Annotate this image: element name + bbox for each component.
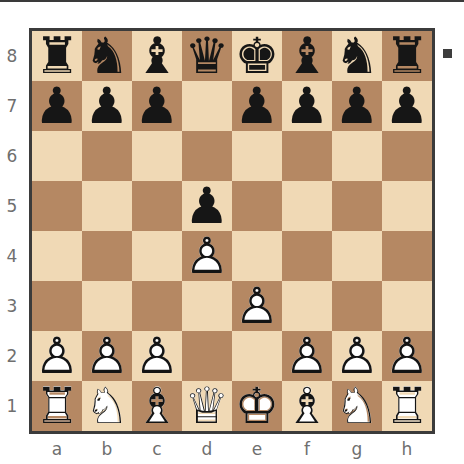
piece-white-pawn: ♟ (82, 331, 132, 381)
square-b2[interactable]: ♟♙ (82, 331, 132, 381)
rank-label-4: 4 (0, 231, 24, 281)
piece-black-pawn: ♟ (32, 81, 82, 131)
square-d2[interactable] (182, 331, 232, 381)
rank-label-3: 3 (0, 281, 24, 331)
piece-black-pawn: ♟ (182, 181, 232, 231)
square-h2[interactable]: ♟♙ (382, 331, 432, 381)
piece-white-pawn-outline: ♙ (332, 331, 382, 381)
piece-white-knight: ♞ (332, 381, 382, 431)
piece-white-pawn-outline: ♙ (32, 331, 82, 381)
square-e7[interactable]: ♟ (232, 81, 282, 131)
square-f5[interactable] (282, 181, 332, 231)
file-label-b: b (82, 438, 132, 460)
square-g1[interactable]: ♞♘ (332, 381, 382, 431)
piece-black-knight: ♞ (82, 31, 132, 81)
file-label-g: g (332, 438, 382, 460)
file-label-c: c (132, 438, 182, 460)
piece-white-bishop: ♝ (132, 381, 182, 431)
square-h8[interactable]: ♜ (382, 31, 432, 81)
square-h3[interactable] (382, 281, 432, 331)
square-h5[interactable] (382, 181, 432, 231)
piece-white-bishop-outline: ♗ (282, 381, 332, 431)
square-g4[interactable] (332, 231, 382, 281)
square-a1[interactable]: ♜♖ (32, 381, 82, 431)
square-a6[interactable] (32, 131, 82, 181)
piece-black-rook: ♜ (382, 31, 432, 81)
piece-black-pawn: ♟ (82, 81, 132, 131)
piece-black-queen: ♛ (182, 31, 232, 81)
rank-label-7: 7 (0, 81, 24, 131)
rank-label-1: 1 (0, 381, 24, 431)
square-c4[interactable] (132, 231, 182, 281)
square-f2[interactable]: ♟♙ (282, 331, 332, 381)
square-d8[interactable]: ♛ (182, 31, 232, 81)
piece-white-king-outline: ♔ (232, 381, 282, 431)
square-e3[interactable]: ♟♙ (232, 281, 282, 331)
square-e6[interactable] (232, 131, 282, 181)
piece-white-rook-outline: ♖ (382, 381, 432, 431)
square-b7[interactable]: ♟ (82, 81, 132, 131)
chess-board-grid: ♜♞♝♛♚♝♞♜♟♟♟♟♟♟♟♟♟♙♟♙♟♙♟♙♟♙♟♙♟♙♟♙♜♖♞♘♝♗♛♕… (32, 31, 432, 431)
square-a2[interactable]: ♟♙ (32, 331, 82, 381)
piece-black-pawn: ♟ (382, 81, 432, 131)
square-a3[interactable] (32, 281, 82, 331)
piece-white-pawn: ♟ (282, 331, 332, 381)
square-d5[interactable]: ♟ (182, 181, 232, 231)
square-a5[interactable] (32, 181, 82, 231)
rank-label-8: 8 (0, 31, 24, 81)
square-a4[interactable] (32, 231, 82, 281)
file-label-a: a (32, 438, 82, 460)
square-e8[interactable]: ♚ (232, 31, 282, 81)
chess-board: ♜♞♝♛♚♝♞♜♟♟♟♟♟♟♟♟♟♙♟♙♟♙♟♙♟♙♟♙♟♙♟♙♜♖♞♘♝♗♛♕… (29, 28, 435, 434)
square-d6[interactable] (182, 131, 232, 181)
file-label-h: h (382, 438, 432, 460)
file-label-e: e (232, 438, 282, 460)
square-g7[interactable]: ♟ (332, 81, 382, 131)
piece-black-bishop: ♝ (132, 31, 182, 81)
piece-black-rook: ♜ (32, 31, 82, 81)
square-b8[interactable]: ♞ (82, 31, 132, 81)
square-f1[interactable]: ♝♗ (282, 381, 332, 431)
square-b5[interactable] (82, 181, 132, 231)
piece-white-rook: ♜ (382, 381, 432, 431)
piece-white-bishop-outline: ♗ (132, 381, 182, 431)
piece-white-pawn: ♟ (232, 281, 282, 331)
square-f7[interactable]: ♟ (282, 81, 332, 131)
piece-white-pawn-outline: ♙ (282, 331, 332, 381)
piece-black-knight: ♞ (332, 31, 382, 81)
window-top-border-line (0, 0, 464, 2)
piece-black-pawn: ♟ (132, 81, 182, 131)
piece-white-queen-outline: ♕ (182, 381, 232, 431)
black-to-move-indicator (443, 49, 452, 58)
square-f4[interactable] (282, 231, 332, 281)
piece-black-pawn: ♟ (232, 81, 282, 131)
rank-label-6: 6 (0, 131, 24, 181)
square-e1[interactable]: ♚♔ (232, 381, 282, 431)
piece-white-rook: ♜ (32, 381, 82, 431)
rank-labels: 87654321 (0, 31, 24, 431)
square-c7[interactable]: ♟ (132, 81, 182, 131)
square-h1[interactable]: ♜♖ (382, 381, 432, 431)
square-c1[interactable]: ♝♗ (132, 381, 182, 431)
square-c6[interactable] (132, 131, 182, 181)
piece-white-pawn-outline: ♙ (382, 331, 432, 381)
piece-white-bishop: ♝ (282, 381, 332, 431)
square-c5[interactable] (132, 181, 182, 231)
square-e2[interactable] (232, 331, 282, 381)
file-label-f: f (282, 438, 332, 460)
piece-white-knight: ♞ (82, 381, 132, 431)
piece-white-pawn: ♟ (182, 231, 232, 281)
square-g2[interactable]: ♟♙ (332, 331, 382, 381)
piece-white-knight-outline: ♘ (82, 381, 132, 431)
square-a7[interactable]: ♟ (32, 81, 82, 131)
square-b1[interactable]: ♞♘ (82, 381, 132, 431)
square-c8[interactable]: ♝ (132, 31, 182, 81)
square-f6[interactable] (282, 131, 332, 181)
piece-white-pawn-outline: ♙ (182, 231, 232, 281)
square-d1[interactable]: ♛♕ (182, 381, 232, 431)
square-a8[interactable]: ♜ (32, 31, 82, 81)
piece-white-pawn-outline: ♙ (132, 331, 182, 381)
square-h7[interactable]: ♟ (382, 81, 432, 131)
piece-black-king: ♚ (232, 31, 282, 81)
file-labels: abcdefgh (32, 438, 432, 460)
square-f3[interactable] (282, 281, 332, 331)
square-h6[interactable] (382, 131, 432, 181)
piece-white-pawn: ♟ (332, 331, 382, 381)
piece-white-pawn-outline: ♙ (232, 281, 282, 331)
rank-label-5: 5 (0, 181, 24, 231)
piece-white-pawn-outline: ♙ (82, 331, 132, 381)
square-h4[interactable] (382, 231, 432, 281)
piece-white-knight-outline: ♘ (332, 381, 382, 431)
square-d4[interactable]: ♟♙ (182, 231, 232, 281)
piece-black-pawn: ♟ (282, 81, 332, 131)
piece-white-queen: ♛ (182, 381, 232, 431)
square-g8[interactable]: ♞ (332, 31, 382, 81)
piece-white-pawn: ♟ (132, 331, 182, 381)
square-e5[interactable] (232, 181, 282, 231)
piece-white-king: ♚ (232, 381, 282, 431)
square-e4[interactable] (232, 231, 282, 281)
square-f8[interactable]: ♝ (282, 31, 332, 81)
piece-white-pawn: ♟ (32, 331, 82, 381)
square-g6[interactable] (332, 131, 382, 181)
square-d3[interactable] (182, 281, 232, 331)
square-c3[interactable] (132, 281, 182, 331)
square-g5[interactable] (332, 181, 382, 231)
square-c2[interactable]: ♟♙ (132, 331, 182, 381)
square-b3[interactable] (82, 281, 132, 331)
square-b6[interactable] (82, 131, 132, 181)
piece-black-bishop: ♝ (282, 31, 332, 81)
square-b4[interactable] (82, 231, 132, 281)
rank-label-2: 2 (0, 331, 24, 381)
square-g3[interactable] (332, 281, 382, 331)
piece-white-pawn: ♟ (382, 331, 432, 381)
file-label-d: d (182, 438, 232, 460)
piece-black-pawn: ♟ (332, 81, 382, 131)
piece-white-rook-outline: ♖ (32, 381, 82, 431)
square-d7[interactable] (182, 81, 232, 131)
